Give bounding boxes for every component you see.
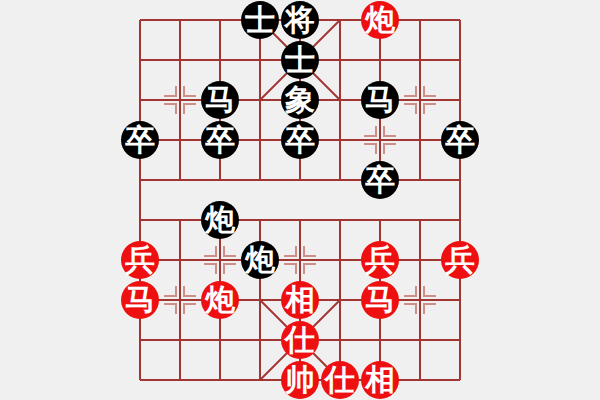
piece-black-pawn[interactable]: 卒	[441, 121, 479, 159]
piece-red-elephant[interactable]: 相	[281, 281, 319, 319]
xiangqi-board[interactable]: 士将炮士马象马卒卒卒卒卒炮兵炮兵兵马炮相马仕帅仕相	[120, 0, 480, 400]
piece-red-cannon[interactable]: 炮	[201, 281, 239, 319]
piece-red-elephant[interactable]: 相	[361, 361, 399, 399]
piece-black-cannon[interactable]: 炮	[201, 201, 239, 239]
piece-red-king[interactable]: 帅	[281, 361, 319, 399]
piece-black-advisor[interactable]: 士	[241, 1, 279, 39]
piece-black-pawn[interactable]: 卒	[201, 121, 239, 159]
piece-black-advisor[interactable]: 士	[281, 41, 319, 79]
piece-black-elephant[interactable]: 象	[281, 81, 319, 119]
piece-red-advisor[interactable]: 仕	[281, 321, 319, 359]
piece-black-horse[interactable]: 马	[361, 81, 399, 119]
piece-red-pawn[interactable]: 兵	[361, 241, 399, 279]
xiangqi-board-screenshot: 士将炮士马象马卒卒卒卒卒炮兵炮兵兵马炮相马仕帅仕相	[0, 0, 600, 400]
piece-black-horse[interactable]: 马	[201, 81, 239, 119]
piece-red-pawn[interactable]: 兵	[121, 241, 159, 279]
piece-black-pawn[interactable]: 卒	[281, 121, 319, 159]
piece-black-pawn[interactable]: 卒	[361, 161, 399, 199]
piece-black-cannon[interactable]: 炮	[241, 241, 279, 279]
piece-black-pawn[interactable]: 卒	[121, 121, 159, 159]
piece-red-horse[interactable]: 马	[121, 281, 159, 319]
piece-red-pawn[interactable]: 兵	[441, 241, 479, 279]
piece-black-general[interactable]: 将	[281, 1, 319, 39]
piece-red-advisor[interactable]: 仕	[321, 361, 359, 399]
piece-red-cannon[interactable]: 炮	[361, 1, 399, 39]
piece-red-horse[interactable]: 马	[361, 281, 399, 319]
